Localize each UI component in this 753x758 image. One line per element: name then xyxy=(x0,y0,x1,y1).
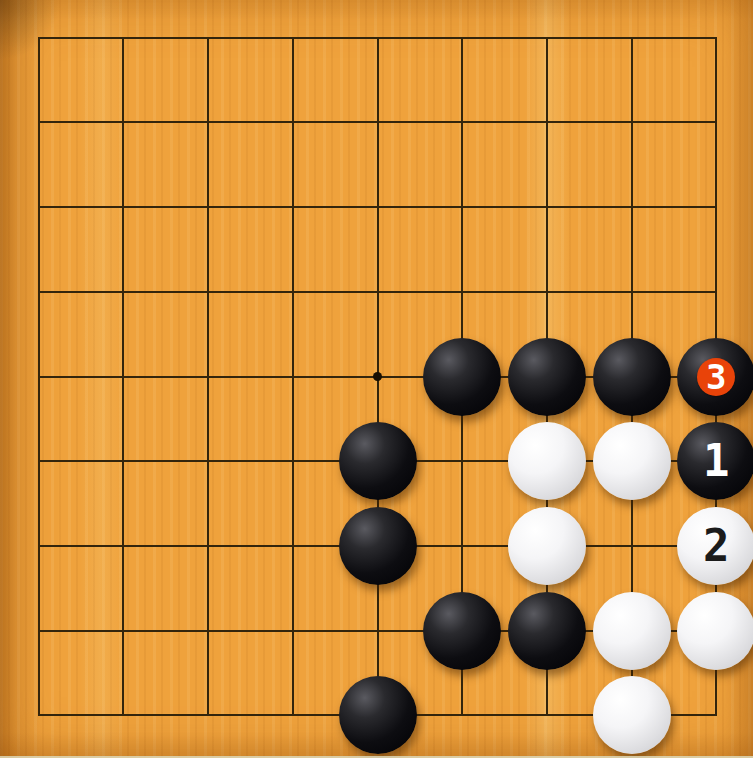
black-stone xyxy=(339,422,417,500)
black-stone xyxy=(508,338,586,416)
black-stone xyxy=(593,338,671,416)
white-stone xyxy=(508,422,586,500)
go-board[interactable]: 312 xyxy=(0,0,753,758)
white-stone xyxy=(593,592,671,670)
move-number-label: 2 xyxy=(703,524,730,568)
black-stone xyxy=(423,338,501,416)
star-point xyxy=(373,372,382,381)
go-board-screenshot: 312 xyxy=(0,0,753,758)
black-stone: 3 xyxy=(677,338,753,416)
move-number-label: 1 xyxy=(703,439,730,483)
white-stone xyxy=(593,422,671,500)
white-stone xyxy=(593,676,671,754)
black-stone xyxy=(339,676,417,754)
last-move-marker-circle: 3 xyxy=(697,358,735,396)
black-stone xyxy=(339,507,417,585)
black-stone xyxy=(508,592,586,670)
white-stone: 2 xyxy=(677,507,753,585)
move-number-label: 3 xyxy=(706,360,726,394)
black-stone xyxy=(423,592,501,670)
white-stone xyxy=(508,507,586,585)
white-stone xyxy=(677,592,753,670)
black-stone: 1 xyxy=(677,422,753,500)
